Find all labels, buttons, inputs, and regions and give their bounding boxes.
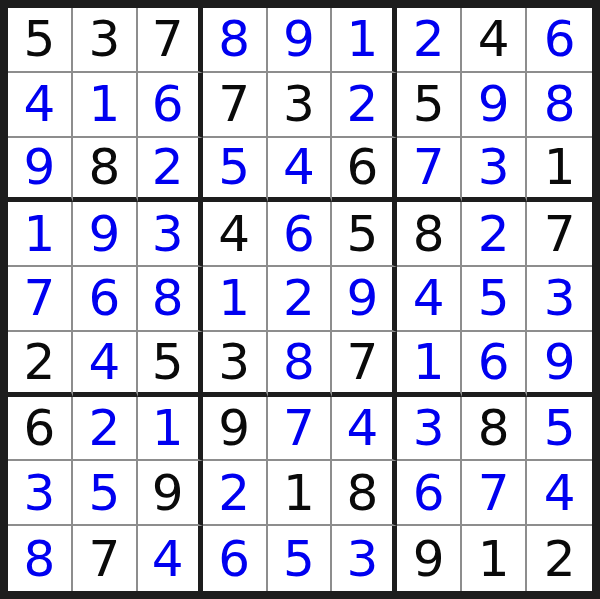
cell-r3c4[interactable]: 5 (203, 138, 268, 203)
cell-r5c6[interactable]: 9 (332, 267, 397, 332)
cell-r8c2[interactable]: 5 (73, 461, 138, 526)
cell-r5c9[interactable]: 3 (527, 267, 592, 332)
cell-r6c2[interactable]: 4 (73, 332, 138, 397)
cell-r6c1[interactable]: 2 (8, 332, 73, 397)
cell-r7c5[interactable]: 7 (268, 397, 333, 462)
cell-r7c4[interactable]: 9 (203, 397, 268, 462)
cell-r3c7[interactable]: 7 (397, 138, 462, 203)
cell-r4c7[interactable]: 8 (397, 202, 462, 267)
cell-r7c7[interactable]: 3 (397, 397, 462, 462)
cell-r4c5[interactable]: 6 (268, 202, 333, 267)
cell-r5c7[interactable]: 4 (397, 267, 462, 332)
cell-r4c1[interactable]: 1 (8, 202, 73, 267)
cell-r1c8[interactable]: 4 (462, 8, 527, 73)
cell-r7c1[interactable]: 6 (8, 397, 73, 462)
cell-r4c6[interactable]: 5 (332, 202, 397, 267)
cell-r1c6[interactable]: 1 (332, 8, 397, 73)
cell-r3c3[interactable]: 2 (138, 138, 203, 203)
cell-r9c8[interactable]: 1 (462, 526, 527, 591)
cell-r4c2[interactable]: 9 (73, 202, 138, 267)
cell-r6c4[interactable]: 3 (203, 332, 268, 397)
cell-r9c6[interactable]: 3 (332, 526, 397, 591)
cell-r2c4[interactable]: 7 (203, 73, 268, 138)
cell-r2c1[interactable]: 4 (8, 73, 73, 138)
cell-r5c1[interactable]: 7 (8, 267, 73, 332)
cell-r7c3[interactable]: 1 (138, 397, 203, 462)
cell-r2c8[interactable]: 9 (462, 73, 527, 138)
cell-r7c8[interactable]: 8 (462, 397, 527, 462)
cell-r7c9[interactable]: 5 (527, 397, 592, 462)
cell-r8c4[interactable]: 2 (203, 461, 268, 526)
cell-r2c2[interactable]: 1 (73, 73, 138, 138)
cell-r8c5[interactable]: 1 (268, 461, 333, 526)
cell-r3c2[interactable]: 8 (73, 138, 138, 203)
cell-r4c3[interactable]: 3 (138, 202, 203, 267)
cell-r6c3[interactable]: 5 (138, 332, 203, 397)
cell-r6c7[interactable]: 1 (397, 332, 462, 397)
cell-r3c1[interactable]: 9 (8, 138, 73, 203)
cell-r2c9[interactable]: 8 (527, 73, 592, 138)
cell-r3c9[interactable]: 1 (527, 138, 592, 203)
cell-r7c6[interactable]: 4 (332, 397, 397, 462)
cell-r9c2[interactable]: 7 (73, 526, 138, 591)
cell-r2c7[interactable]: 5 (397, 73, 462, 138)
cell-r8c8[interactable]: 7 (462, 461, 527, 526)
cell-r9c5[interactable]: 5 (268, 526, 333, 591)
cell-r8c6[interactable]: 8 (332, 461, 397, 526)
cell-r1c1[interactable]: 5 (8, 8, 73, 73)
cell-r9c3[interactable]: 4 (138, 526, 203, 591)
cell-r6c5[interactable]: 8 (268, 332, 333, 397)
cell-r1c2[interactable]: 3 (73, 8, 138, 73)
cell-r3c6[interactable]: 6 (332, 138, 397, 203)
cell-r8c3[interactable]: 9 (138, 461, 203, 526)
cell-r6c6[interactable]: 7 (332, 332, 397, 397)
cell-r2c5[interactable]: 3 (268, 73, 333, 138)
cell-r8c1[interactable]: 3 (8, 461, 73, 526)
cell-r4c4[interactable]: 4 (203, 202, 268, 267)
cell-r2c3[interactable]: 6 (138, 73, 203, 138)
cell-r6c8[interactable]: 6 (462, 332, 527, 397)
cell-r1c7[interactable]: 2 (397, 8, 462, 73)
cell-r6c9[interactable]: 9 (527, 332, 592, 397)
sudoku-board: 5378912464167325989825467311934658277681… (0, 0, 600, 599)
cell-r8c7[interactable]: 6 (397, 461, 462, 526)
cell-r5c3[interactable]: 8 (138, 267, 203, 332)
cell-r3c8[interactable]: 3 (462, 138, 527, 203)
cell-r5c2[interactable]: 6 (73, 267, 138, 332)
cell-r1c9[interactable]: 6 (527, 8, 592, 73)
cell-r5c5[interactable]: 2 (268, 267, 333, 332)
cell-r9c1[interactable]: 8 (8, 526, 73, 591)
cell-r1c5[interactable]: 9 (268, 8, 333, 73)
cell-r2c6[interactable]: 2 (332, 73, 397, 138)
cell-r9c7[interactable]: 9 (397, 526, 462, 591)
cell-r3c5[interactable]: 4 (268, 138, 333, 203)
cell-r7c2[interactable]: 2 (73, 397, 138, 462)
cell-r4c8[interactable]: 2 (462, 202, 527, 267)
cell-r8c9[interactable]: 4 (527, 461, 592, 526)
cell-r9c9[interactable]: 2 (527, 526, 592, 591)
cell-r9c4[interactable]: 6 (203, 526, 268, 591)
cell-r5c8[interactable]: 5 (462, 267, 527, 332)
cell-r1c4[interactable]: 8 (203, 8, 268, 73)
cell-r5c4[interactable]: 1 (203, 267, 268, 332)
cell-r4c9[interactable]: 7 (527, 202, 592, 267)
cell-r1c3[interactable]: 7 (138, 8, 203, 73)
